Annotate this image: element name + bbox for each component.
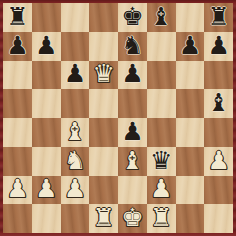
black-queen[interactable]: ♛: [150, 148, 172, 173]
square-c3[interactable]: ♞: [61, 147, 90, 176]
black-king[interactable]: ♚: [121, 4, 143, 29]
square-c5[interactable]: [61, 89, 90, 118]
square-d4[interactable]: [89, 118, 118, 147]
square-h3[interactable]: ♟: [204, 147, 233, 176]
square-e1[interactable]: ♚: [118, 204, 147, 233]
black-pawn[interactable]: ♟: [207, 33, 229, 58]
square-f1[interactable]: ♜: [147, 204, 176, 233]
black-bishop[interactable]: ♝: [150, 4, 172, 29]
square-g6[interactable]: [176, 61, 205, 90]
square-f2[interactable]: ♟: [147, 176, 176, 205]
square-b6[interactable]: [32, 61, 61, 90]
square-g1[interactable]: [176, 204, 205, 233]
square-f4[interactable]: [147, 118, 176, 147]
square-e5[interactable]: [118, 89, 147, 118]
black-pawn[interactable]: ♟: [64, 61, 86, 86]
white-king[interactable]: ♚: [121, 205, 143, 230]
square-g5[interactable]: [176, 89, 205, 118]
square-g8[interactable]: [176, 3, 205, 32]
square-g3[interactable]: [176, 147, 205, 176]
square-d6[interactable]: ♛: [89, 61, 118, 90]
white-knight[interactable]: ♞: [64, 148, 86, 173]
white-pawn[interactable]: ♟: [64, 176, 86, 201]
white-rook[interactable]: ♜: [150, 205, 172, 230]
square-a8[interactable]: ♜: [3, 3, 32, 32]
square-b4[interactable]: [32, 118, 61, 147]
square-f8[interactable]: ♝: [147, 3, 176, 32]
black-rook[interactable]: ♜: [207, 4, 229, 29]
square-a6[interactable]: [3, 61, 32, 90]
square-h8[interactable]: ♜: [204, 3, 233, 32]
square-e7[interactable]: ♞: [118, 32, 147, 61]
square-f7[interactable]: [147, 32, 176, 61]
square-e6[interactable]: ♟: [118, 61, 147, 90]
square-b2[interactable]: ♟: [32, 176, 61, 205]
black-rook[interactable]: ♜: [6, 4, 28, 29]
square-a3[interactable]: [3, 147, 32, 176]
black-pawn[interactable]: ♟: [35, 33, 57, 58]
white-pawn[interactable]: ♟: [35, 176, 57, 201]
square-a4[interactable]: [3, 118, 32, 147]
square-d5[interactable]: [89, 89, 118, 118]
square-b5[interactable]: [32, 89, 61, 118]
square-c6[interactable]: ♟: [61, 61, 90, 90]
square-d3[interactable]: [89, 147, 118, 176]
square-c7[interactable]: [61, 32, 90, 61]
square-e2[interactable]: [118, 176, 147, 205]
chess-board: ♜♚♝♜♟♟♞♟♟♟♛♟♝♝♟♞♝♛♟♟♟♟♟♜♚♜: [3, 3, 233, 233]
board-frame: ♜♚♝♜♟♟♞♟♟♟♛♟♝♝♟♞♝♛♟♟♟♟♟♜♚♜: [0, 0, 236, 236]
square-h7[interactable]: ♟: [204, 32, 233, 61]
square-a2[interactable]: ♟: [3, 176, 32, 205]
black-pawn[interactable]: ♟: [6, 33, 28, 58]
square-g2[interactable]: [176, 176, 205, 205]
black-bishop[interactable]: ♝: [207, 90, 229, 115]
square-b1[interactable]: [32, 204, 61, 233]
white-pawn[interactable]: ♟: [150, 176, 172, 201]
square-b7[interactable]: ♟: [32, 32, 61, 61]
black-pawn[interactable]: ♟: [121, 61, 143, 86]
square-a7[interactable]: ♟: [3, 32, 32, 61]
white-queen[interactable]: ♛: [92, 61, 114, 86]
square-e3[interactable]: ♝: [118, 147, 147, 176]
square-d8[interactable]: [89, 3, 118, 32]
square-f5[interactable]: [147, 89, 176, 118]
white-bishop[interactable]: ♝: [121, 148, 143, 173]
square-h4[interactable]: [204, 118, 233, 147]
square-f6[interactable]: [147, 61, 176, 90]
square-c2[interactable]: ♟: [61, 176, 90, 205]
square-d2[interactable]: [89, 176, 118, 205]
black-knight[interactable]: ♞: [121, 33, 143, 58]
square-g4[interactable]: [176, 118, 205, 147]
white-pawn[interactable]: ♟: [6, 176, 28, 201]
square-h5[interactable]: ♝: [204, 89, 233, 118]
square-h6[interactable]: [204, 61, 233, 90]
black-pawn[interactable]: ♟: [121, 119, 143, 144]
square-h1[interactable]: [204, 204, 233, 233]
square-c1[interactable]: [61, 204, 90, 233]
black-pawn[interactable]: ♟: [179, 33, 201, 58]
square-f3[interactable]: ♛: [147, 147, 176, 176]
square-d7[interactable]: [89, 32, 118, 61]
square-h2[interactable]: [204, 176, 233, 205]
square-e8[interactable]: ♚: [118, 3, 147, 32]
square-e4[interactable]: ♟: [118, 118, 147, 147]
white-bishop[interactable]: ♝: [64, 119, 86, 144]
white-pawn[interactable]: ♟: [207, 148, 229, 173]
square-a1[interactable]: [3, 204, 32, 233]
white-rook[interactable]: ♜: [92, 205, 114, 230]
square-a5[interactable]: [3, 89, 32, 118]
square-d1[interactable]: ♜: [89, 204, 118, 233]
square-b3[interactable]: [32, 147, 61, 176]
square-c8[interactable]: [61, 3, 90, 32]
square-b8[interactable]: [32, 3, 61, 32]
square-c4[interactable]: ♝: [61, 118, 90, 147]
square-g7[interactable]: ♟: [176, 32, 205, 61]
